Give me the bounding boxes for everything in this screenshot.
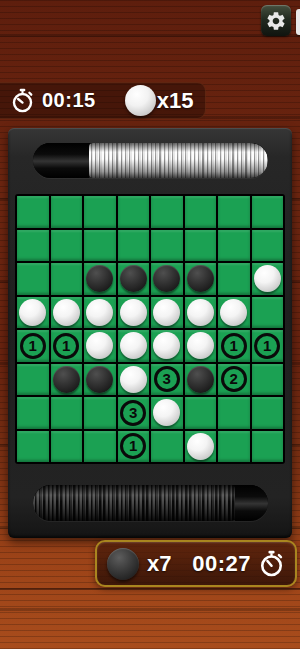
- black-disc-badge: [107, 548, 139, 580]
- cell-c5[interactable]: [84, 330, 116, 362]
- cell-c4[interactable]: [84, 297, 116, 329]
- cell-e6[interactable]: 3: [151, 364, 183, 396]
- cell-a5[interactable]: 1: [17, 330, 49, 362]
- white-disc-count: x15: [157, 88, 194, 114]
- cell-e3[interactable]: [151, 263, 183, 295]
- black-disc-stack: [33, 485, 235, 521]
- white-disc: [19, 299, 46, 326]
- cell-b5[interactable]: 1: [51, 330, 83, 362]
- cell-c8[interactable]: [84, 431, 116, 463]
- white-disc-stack: [89, 143, 268, 178]
- white-disc: [86, 332, 113, 359]
- cell-b2[interactable]: [51, 230, 83, 262]
- cell-e5[interactable]: [151, 330, 183, 362]
- cell-a7[interactable]: [17, 397, 49, 429]
- cell-g2[interactable]: [218, 230, 250, 262]
- cell-e8[interactable]: [151, 431, 183, 463]
- cell-h2[interactable]: [252, 230, 284, 262]
- cell-h8[interactable]: [252, 431, 284, 463]
- cell-f8[interactable]: [185, 431, 217, 463]
- edge-button-sliver[interactable]: [296, 9, 300, 35]
- hint-move-b5[interactable]: 1: [53, 333, 79, 359]
- cell-e1[interactable]: [151, 196, 183, 228]
- hint-move-h5[interactable]: 1: [254, 333, 280, 359]
- cell-d7[interactable]: 3: [118, 397, 150, 429]
- stopwatch-icon: [10, 88, 35, 113]
- hint-move-e6[interactable]: 3: [154, 366, 180, 392]
- cell-b1[interactable]: [51, 196, 83, 228]
- game-screen: 00:15 x15 11113231 x7 00:27: [0, 0, 300, 649]
- cell-a1[interactable]: [17, 196, 49, 228]
- black-disc-count: x7: [147, 551, 171, 577]
- cell-b8[interactable]: [51, 431, 83, 463]
- cell-f1[interactable]: [185, 196, 217, 228]
- hint-move-d7[interactable]: 3: [120, 400, 146, 426]
- white-timer: 00:15: [42, 89, 96, 112]
- cell-d4[interactable]: [118, 297, 150, 329]
- cell-b4[interactable]: [51, 297, 83, 329]
- cell-c6[interactable]: [84, 364, 116, 396]
- black-disc: [86, 265, 113, 292]
- gear-icon: [265, 10, 287, 32]
- tray-empty-slot: [33, 143, 89, 178]
- white-disc: [187, 433, 214, 460]
- white-disc: [153, 332, 180, 359]
- cell-a2[interactable]: [17, 230, 49, 262]
- cell-e7[interactable]: [151, 397, 183, 429]
- white-disc: [220, 299, 247, 326]
- cell-g3[interactable]: [218, 263, 250, 295]
- white-disc: [120, 332, 147, 359]
- white-disc: [187, 332, 214, 359]
- black-disc: [187, 265, 214, 292]
- black-disc: [53, 366, 80, 393]
- cell-a3[interactable]: [17, 263, 49, 295]
- black-disc: [187, 366, 214, 393]
- cell-h7[interactable]: [252, 397, 284, 429]
- black-disc-tray: [33, 485, 268, 521]
- board-frame: 11113231: [8, 128, 292, 538]
- cell-g7[interactable]: [218, 397, 250, 429]
- stopwatch-icon: [258, 550, 285, 577]
- cell-c1[interactable]: [84, 196, 116, 228]
- cell-e2[interactable]: [151, 230, 183, 262]
- cell-b3[interactable]: [51, 263, 83, 295]
- white-disc: [153, 299, 180, 326]
- white-disc-tray: [33, 143, 268, 178]
- white-player-bar: 00:15 x15: [0, 82, 206, 119]
- white-disc-badge: [125, 85, 156, 116]
- white-disc: [53, 299, 80, 326]
- cell-c3[interactable]: [84, 263, 116, 295]
- cell-c2[interactable]: [84, 230, 116, 262]
- cell-f2[interactable]: [185, 230, 217, 262]
- cell-g4[interactable]: [218, 297, 250, 329]
- white-disc: [86, 299, 113, 326]
- cell-d8[interactable]: 1: [118, 431, 150, 463]
- cell-h4[interactable]: [252, 297, 284, 329]
- cell-a6[interactable]: [17, 364, 49, 396]
- black-timer: 00:27: [192, 551, 251, 577]
- cell-f6[interactable]: [185, 364, 217, 396]
- cell-e4[interactable]: [151, 297, 183, 329]
- wood-plank-seam: [0, 588, 300, 590]
- cell-c7[interactable]: [84, 397, 116, 429]
- cell-h6[interactable]: [252, 364, 284, 396]
- cell-g1[interactable]: [218, 196, 250, 228]
- cell-d5[interactable]: [118, 330, 150, 362]
- cell-a8[interactable]: [17, 431, 49, 463]
- tray-empty-slot: [235, 485, 268, 521]
- black-disc: [153, 265, 180, 292]
- white-disc: [254, 265, 281, 292]
- cell-d6[interactable]: [118, 364, 150, 396]
- board-grid: 11113231: [15, 194, 285, 464]
- cell-g5[interactable]: 1: [218, 330, 250, 362]
- black-disc: [86, 366, 113, 393]
- cell-f7[interactable]: [185, 397, 217, 429]
- black-disc: [120, 265, 147, 292]
- black-player-bar: x7 00:27: [95, 540, 297, 587]
- hint-move-g6[interactable]: 2: [221, 366, 247, 392]
- white-disc: [120, 299, 147, 326]
- cell-g6[interactable]: 2: [218, 364, 250, 396]
- cell-f3[interactable]: [185, 263, 217, 295]
- cell-d1[interactable]: [118, 196, 150, 228]
- cell-h1[interactable]: [252, 196, 284, 228]
- white-disc: [153, 399, 180, 426]
- hint-move-g5[interactable]: 1: [221, 333, 247, 359]
- cell-d3[interactable]: [118, 263, 150, 295]
- settings-button[interactable]: [261, 5, 291, 36]
- hint-move-a5[interactable]: 1: [20, 333, 46, 359]
- cell-h3[interactable]: [252, 263, 284, 295]
- white-disc: [187, 299, 214, 326]
- cell-f5[interactable]: [185, 330, 217, 362]
- cell-b6[interactable]: [51, 364, 83, 396]
- cell-b7[interactable]: [51, 397, 83, 429]
- cell-g8[interactable]: [218, 431, 250, 463]
- cell-d2[interactable]: [118, 230, 150, 262]
- hint-move-d8[interactable]: 1: [120, 433, 146, 459]
- white-disc: [120, 366, 147, 393]
- cell-h5[interactable]: 1: [252, 330, 284, 362]
- cell-a4[interactable]: [17, 297, 49, 329]
- cell-f4[interactable]: [185, 297, 217, 329]
